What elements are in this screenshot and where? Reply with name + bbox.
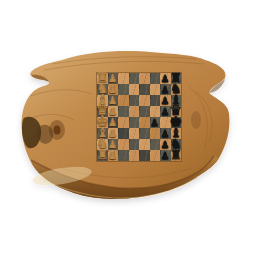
black-rook[interactable]: ♜	[170, 148, 182, 161]
square-c6r2[interactable]	[150, 84, 161, 95]
square-c2r8[interactable]: ♟	[108, 150, 119, 161]
square-c2r1[interactable]: ♟	[108, 73, 119, 84]
square-c7r2[interactable]: ♟	[160, 84, 171, 95]
square-c6r1[interactable]	[150, 73, 161, 84]
square-c6r6[interactable]	[150, 128, 161, 139]
square-c5r4[interactable]	[139, 106, 150, 117]
square-c5r1[interactable]	[139, 73, 150, 84]
square-c3r4[interactable]	[118, 106, 129, 117]
square-c4r3[interactable]	[129, 95, 140, 106]
square-c7r6[interactable]: ♟	[160, 128, 171, 139]
square-c7r8[interactable]: ♟	[160, 150, 171, 161]
square-c4r6[interactable]	[129, 128, 140, 139]
square-c5r8[interactable]	[139, 150, 150, 161]
white-pawn[interactable]: ♟	[108, 74, 117, 84]
white-pawn[interactable]: ♟	[108, 151, 117, 161]
white-pawn[interactable]: ♟	[108, 85, 117, 95]
square-c5r2[interactable]	[139, 84, 150, 95]
white-pawn[interactable]: ♟	[108, 107, 117, 117]
square-c6r8[interactable]	[150, 150, 161, 161]
square-c2r6[interactable]: ♟	[108, 128, 119, 139]
square-c3r3[interactable]	[118, 95, 129, 106]
black-pawn[interactable]: ♟	[161, 96, 170, 106]
square-c8r8[interactable]: ♜	[171, 150, 182, 161]
white-rook[interactable]: ♜	[96, 148, 108, 161]
square-c4r2[interactable]	[129, 84, 140, 95]
black-pawn[interactable]: ♟	[150, 118, 159, 128]
square-c4r1[interactable]	[129, 73, 140, 84]
square-c3r7[interactable]	[118, 139, 129, 150]
square-c5r3[interactable]	[139, 95, 150, 106]
white-pawn[interactable]: ♟	[108, 118, 117, 128]
black-pawn[interactable]: ♟	[161, 140, 170, 150]
white-pawn[interactable]: ♟	[108, 96, 117, 106]
square-c7r1[interactable]: ♟	[160, 73, 171, 84]
square-c3r2[interactable]	[118, 84, 129, 95]
square-c1r8[interactable]: ♜	[97, 150, 108, 161]
square-c3r6[interactable]	[118, 128, 129, 139]
black-pawn[interactable]: ♟	[161, 74, 170, 84]
square-c2r2[interactable]: ♟	[108, 84, 119, 95]
square-c2r4[interactable]: ♟	[108, 106, 119, 117]
square-c4r5[interactable]	[129, 117, 140, 128]
square-c5r7[interactable]	[139, 139, 150, 150]
black-pawn[interactable]: ♟	[161, 107, 170, 117]
square-c6r5[interactable]: ♟	[150, 117, 161, 128]
square-c4r7[interactable]	[129, 139, 140, 150]
white-pawn[interactable]: ♟	[108, 140, 117, 150]
square-c3r1[interactable]	[118, 73, 129, 84]
wood-knot-2	[191, 111, 201, 129]
square-c6r3[interactable]	[150, 95, 161, 106]
square-c3r8[interactable]	[118, 150, 129, 161]
black-pawn[interactable]: ♟	[161, 129, 170, 139]
black-pawn[interactable]: ♟	[161, 85, 170, 95]
black-pawn[interactable]: ♟	[161, 151, 170, 161]
square-c5r5[interactable]	[139, 117, 150, 128]
square-c2r3[interactable]: ♟	[108, 95, 119, 106]
square-c2r5[interactable]: ♟	[108, 117, 119, 128]
square-c6r4[interactable]	[150, 106, 161, 117]
square-c5r6[interactable]	[139, 128, 150, 139]
square-c6r7[interactable]	[150, 139, 161, 150]
white-pawn[interactable]: ♟	[108, 129, 117, 139]
product-photo-stage: ♜♟♟♜♞♟♟♞♝♟♟♝♛♟♟♛♚♟♟♚♝♟♟♝♞♟♟♞♜♟♟♜	[0, 0, 260, 260]
square-c7r7[interactable]: ♟	[160, 139, 171, 150]
square-c2r7[interactable]: ♟	[108, 139, 119, 150]
chess-board: ♜♟♟♜♞♟♟♞♝♟♟♝♛♟♟♛♚♟♟♚♝♟♟♝♞♟♟♞♜♟♟♜	[97, 73, 181, 161]
square-c4r8[interactable]	[129, 150, 140, 161]
square-c3r5[interactable]	[118, 117, 129, 128]
square-c4r4[interactable]	[129, 106, 140, 117]
wood-knot-core	[54, 126, 61, 135]
